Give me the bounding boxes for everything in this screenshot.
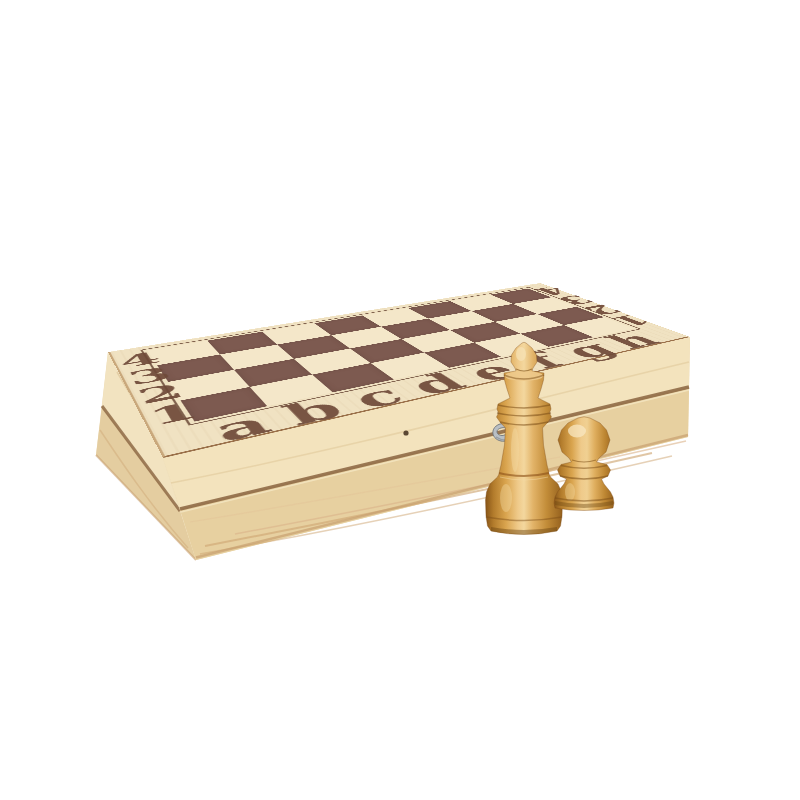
pawn-piece [554,417,614,511]
product-photo: abcdefgh43214321 [0,0,800,800]
king-piece [486,342,563,534]
pieces-layer [0,0,800,800]
